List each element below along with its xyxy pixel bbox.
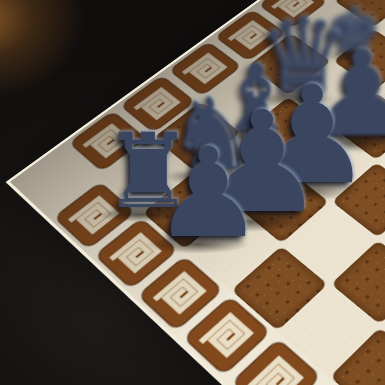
pieces-layer: ♚♛♝♟♞♟♜♟♟ <box>0 0 385 385</box>
photo-scene: ♚♛♝♟♞♟♜♟♟ <box>0 0 385 385</box>
piece-black-pawn-a7[interactable]: ♟ <box>152 131 263 255</box>
